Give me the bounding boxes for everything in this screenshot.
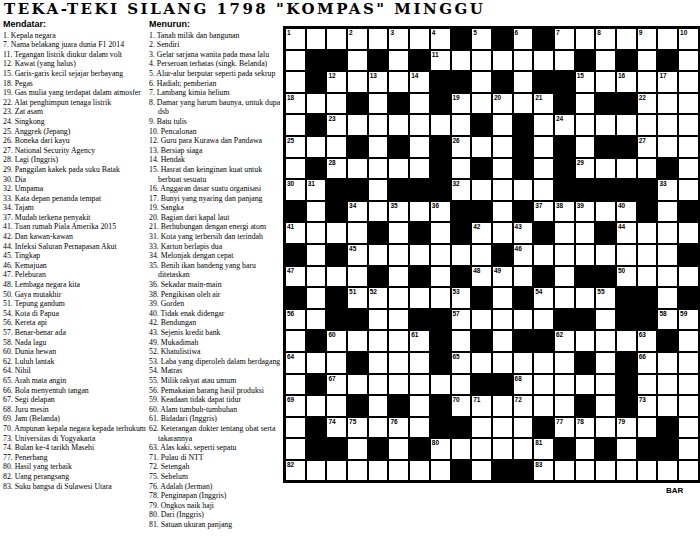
grid-cell[interactable]: 62 <box>554 330 575 352</box>
grid-cell[interactable] <box>595 309 616 331</box>
grid-cell[interactable] <box>492 114 513 136</box>
grid-cell[interactable] <box>451 158 472 180</box>
grid-cell[interactable] <box>533 114 554 136</box>
grid-cell[interactable] <box>595 460 616 482</box>
grid-cell[interactable] <box>285 158 306 180</box>
grid-cell[interactable] <box>595 244 616 266</box>
grid-cell[interactable] <box>306 395 327 417</box>
grid-cell[interactable] <box>285 330 306 352</box>
grid-cell[interactable] <box>616 438 637 460</box>
grid-cell[interactable] <box>471 50 492 72</box>
grid-cell[interactable]: 25 <box>285 136 306 158</box>
grid-cell[interactable] <box>368 114 389 136</box>
grid-cell[interactable]: 7 <box>554 28 575 50</box>
grid-cell[interactable] <box>678 136 699 158</box>
grid-cell[interactable] <box>492 201 513 223</box>
grid-cell[interactable]: 28 <box>326 158 347 180</box>
grid-cell[interactable]: 53 <box>451 287 472 309</box>
grid-cell[interactable] <box>368 244 389 266</box>
grid-cell[interactable]: 44 <box>616 222 637 244</box>
grid-cell[interactable] <box>554 287 575 309</box>
grid-cell[interactable] <box>657 136 678 158</box>
grid-cell[interactable]: 22 <box>637 93 658 115</box>
grid-cell[interactable] <box>595 201 616 223</box>
grid-cell[interactable] <box>388 71 409 93</box>
grid-cell[interactable]: 74 <box>326 417 347 439</box>
grid-cell[interactable] <box>388 50 409 72</box>
grid-cell[interactable] <box>492 136 513 158</box>
grid-cell[interactable] <box>451 438 472 460</box>
grid-cell[interactable] <box>575 136 596 158</box>
grid-cell[interactable]: 39 <box>575 201 596 223</box>
grid-cell[interactable]: 37 <box>533 201 554 223</box>
grid-cell[interactable] <box>409 114 430 136</box>
grid-cell[interactable] <box>368 330 389 352</box>
grid-cell[interactable] <box>306 222 327 244</box>
grid-cell[interactable] <box>285 114 306 136</box>
grid-cell[interactable]: 30 <box>285 179 306 201</box>
grid-cell[interactable]: 8 <box>595 28 616 50</box>
grid-cell[interactable] <box>430 222 451 244</box>
grid-cell[interactable] <box>513 179 534 201</box>
grid-cell[interactable] <box>492 395 513 417</box>
grid-cell[interactable] <box>285 438 306 460</box>
grid-cell[interactable]: 4 <box>430 28 451 50</box>
grid-cell[interactable] <box>678 50 699 72</box>
grid-cell[interactable] <box>492 438 513 460</box>
grid-cell[interactable] <box>347 330 368 352</box>
grid-cell[interactable] <box>306 93 327 115</box>
grid-cell[interactable]: 55 <box>595 287 616 309</box>
grid-cell[interactable] <box>388 244 409 266</box>
grid-cell[interactable] <box>388 352 409 374</box>
grid-cell[interactable]: 32 <box>451 179 472 201</box>
grid-cell[interactable] <box>306 352 327 374</box>
grid-cell[interactable] <box>471 71 492 93</box>
grid-cell[interactable] <box>533 309 554 331</box>
grid-cell[interactable] <box>388 158 409 180</box>
grid-cell[interactable]: 60 <box>326 330 347 352</box>
grid-cell[interactable] <box>575 93 596 115</box>
grid-cell[interactable] <box>595 71 616 93</box>
grid-cell[interactable]: 65 <box>451 352 472 374</box>
grid-cell[interactable] <box>595 417 616 439</box>
grid-cell[interactable] <box>533 374 554 396</box>
grid-cell[interactable] <box>554 374 575 396</box>
grid-cell[interactable] <box>513 50 534 72</box>
grid-cell[interactable] <box>326 28 347 50</box>
grid-cell[interactable] <box>471 136 492 158</box>
grid-cell[interactable] <box>554 50 575 72</box>
grid-cell[interactable]: 26 <box>451 136 472 158</box>
grid-cell[interactable] <box>347 460 368 482</box>
grid-cell[interactable]: 82 <box>285 460 306 482</box>
grid-cell[interactable] <box>575 460 596 482</box>
grid-cell[interactable] <box>616 330 637 352</box>
grid-cell[interactable]: 6 <box>513 28 534 50</box>
grid-cell[interactable] <box>575 222 596 244</box>
grid-cell[interactable]: 5 <box>471 28 492 50</box>
grid-cell[interactable] <box>471 93 492 115</box>
grid-cell[interactable] <box>513 352 534 374</box>
grid-cell[interactable]: 13 <box>368 71 389 93</box>
grid-cell[interactable] <box>368 28 389 50</box>
grid-cell[interactable] <box>616 114 637 136</box>
grid-cell[interactable] <box>430 287 451 309</box>
grid-cell[interactable] <box>533 352 554 374</box>
grid-cell[interactable]: 47 <box>285 266 306 288</box>
grid-cell[interactable] <box>285 417 306 439</box>
grid-cell[interactable] <box>326 395 347 417</box>
grid-cell[interactable] <box>657 222 678 244</box>
grid-cell[interactable] <box>451 114 472 136</box>
grid-cell[interactable]: 68 <box>513 374 534 396</box>
grid-cell[interactable]: 76 <box>388 417 409 439</box>
grid-cell[interactable] <box>326 136 347 158</box>
grid-cell[interactable] <box>388 287 409 309</box>
grid-cell[interactable] <box>637 71 658 93</box>
grid-cell[interactable] <box>492 309 513 331</box>
grid-cell[interactable] <box>616 28 637 50</box>
grid-cell[interactable]: 66 <box>637 352 658 374</box>
grid-cell[interactable] <box>513 438 534 460</box>
grid-cell[interactable]: 21 <box>533 93 554 115</box>
grid-cell[interactable]: 83 <box>533 460 554 482</box>
grid-cell[interactable]: 29 <box>575 158 596 180</box>
grid-cell[interactable]: 1 <box>285 28 306 50</box>
grid-cell[interactable]: 23 <box>326 114 347 136</box>
grid-cell[interactable] <box>326 93 347 115</box>
grid-cell[interactable] <box>326 222 347 244</box>
grid-cell[interactable] <box>637 50 658 72</box>
grid-cell[interactable] <box>285 374 306 396</box>
grid-cell[interactable] <box>368 460 389 482</box>
grid-cell[interactable] <box>368 352 389 374</box>
grid-cell[interactable]: 48 <box>471 266 492 288</box>
grid-cell[interactable] <box>368 201 389 223</box>
grid-cell[interactable] <box>513 266 534 288</box>
grid-cell[interactable] <box>554 266 575 288</box>
grid-cell[interactable]: 45 <box>347 244 368 266</box>
grid-cell[interactable] <box>409 460 430 482</box>
grid-cell[interactable] <box>285 50 306 72</box>
grid-cell[interactable]: 81 <box>533 438 554 460</box>
grid-cell[interactable]: 80 <box>430 438 451 460</box>
grid-cell[interactable] <box>471 179 492 201</box>
grid-cell[interactable] <box>492 50 513 72</box>
grid-cell[interactable] <box>657 244 678 266</box>
grid-cell[interactable] <box>306 460 327 482</box>
grid-cell[interactable] <box>430 460 451 482</box>
grid-cell[interactable] <box>368 158 389 180</box>
grid-cell[interactable] <box>471 244 492 266</box>
grid-cell[interactable] <box>637 222 658 244</box>
grid-cell[interactable] <box>409 244 430 266</box>
grid-cell[interactable] <box>409 93 430 115</box>
grid-cell[interactable] <box>678 266 699 288</box>
grid-cell[interactable] <box>575 374 596 396</box>
grid-cell[interactable]: 40 <box>616 201 637 223</box>
grid-cell[interactable] <box>533 179 554 201</box>
grid-cell[interactable]: 58 <box>657 309 678 331</box>
grid-cell[interactable] <box>554 460 575 482</box>
grid-cell[interactable]: 57 <box>451 309 472 331</box>
grid-cell[interactable]: 59 <box>678 309 699 331</box>
grid-cell[interactable] <box>637 114 658 136</box>
grid-cell[interactable] <box>451 50 472 72</box>
grid-cell[interactable] <box>595 158 616 180</box>
grid-cell[interactable] <box>471 309 492 331</box>
grid-cell[interactable] <box>306 287 327 309</box>
grid-cell[interactable]: 77 <box>554 417 575 439</box>
grid-cell[interactable] <box>575 287 596 309</box>
grid-cell[interactable] <box>368 93 389 115</box>
grid-cell[interactable] <box>471 460 492 482</box>
grid-cell[interactable]: 10 <box>678 28 699 50</box>
grid-cell[interactable] <box>595 50 616 72</box>
grid-cell[interactable]: 69 <box>285 395 306 417</box>
grid-cell[interactable] <box>409 352 430 374</box>
grid-cell[interactable] <box>513 309 534 331</box>
grid-cell[interactable] <box>451 244 472 266</box>
grid-cell[interactable]: 70 <box>451 395 472 417</box>
grid-cell[interactable] <box>285 71 306 93</box>
grid-cell[interactable] <box>306 28 327 50</box>
grid-cell[interactable] <box>554 222 575 244</box>
grid-cell[interactable] <box>388 222 409 244</box>
grid-cell[interactable] <box>347 71 368 93</box>
grid-cell[interactable] <box>306 266 327 288</box>
grid-cell[interactable] <box>678 71 699 93</box>
grid-cell[interactable] <box>471 417 492 439</box>
grid-cell[interactable] <box>388 374 409 396</box>
grid-cell[interactable] <box>430 266 451 288</box>
grid-cell[interactable] <box>595 114 616 136</box>
grid-cell[interactable] <box>678 330 699 352</box>
grid-cell[interactable]: 41 <box>285 222 306 244</box>
grid-cell[interactable] <box>637 158 658 180</box>
grid-cell[interactable] <box>409 287 430 309</box>
grid-cell[interactable] <box>657 352 678 374</box>
grid-cell[interactable]: 79 <box>616 417 637 439</box>
grid-cell[interactable] <box>368 136 389 158</box>
grid-cell[interactable] <box>657 28 678 50</box>
grid-cell[interactable] <box>678 395 699 417</box>
grid-cell[interactable] <box>678 417 699 439</box>
grid-cell[interactable] <box>533 50 554 72</box>
grid-cell[interactable]: 3 <box>388 28 409 50</box>
grid-cell[interactable] <box>347 114 368 136</box>
grid-cell[interactable] <box>430 374 451 396</box>
grid-cell[interactable] <box>554 244 575 266</box>
grid-cell[interactable] <box>533 136 554 158</box>
grid-cell[interactable] <box>368 374 389 396</box>
grid-cell[interactable] <box>388 266 409 288</box>
grid-cell[interactable] <box>554 352 575 374</box>
grid-cell[interactable] <box>492 158 513 180</box>
grid-cell[interactable]: 78 <box>575 417 596 439</box>
grid-cell[interactable] <box>347 50 368 72</box>
grid-cell[interactable] <box>678 93 699 115</box>
grid-cell[interactable] <box>657 460 678 482</box>
grid-cell[interactable] <box>575 438 596 460</box>
grid-cell[interactable]: 56 <box>285 309 306 331</box>
grid-cell[interactable]: 9 <box>637 28 658 50</box>
grid-cell[interactable] <box>409 158 430 180</box>
grid-cell[interactable]: 64 <box>285 352 306 374</box>
grid-cell[interactable]: 67 <box>326 374 347 396</box>
grid-cell[interactable] <box>595 374 616 396</box>
grid-cell[interactable]: 71 <box>471 395 492 417</box>
grid-cell[interactable] <box>492 287 513 309</box>
grid-cell[interactable] <box>368 417 389 439</box>
grid-cell[interactable] <box>430 244 451 266</box>
grid-cell[interactable] <box>513 71 534 93</box>
grid-cell[interactable]: 16 <box>616 71 637 93</box>
grid-cell[interactable] <box>492 179 513 201</box>
grid-cell[interactable] <box>575 330 596 352</box>
grid-cell[interactable] <box>326 460 347 482</box>
grid-cell[interactable] <box>637 417 658 439</box>
grid-cell[interactable] <box>678 114 699 136</box>
grid-cell[interactable] <box>575 28 596 50</box>
grid-cell[interactable] <box>492 417 513 439</box>
grid-cell[interactable]: 17 <box>657 71 678 93</box>
grid-cell[interactable] <box>554 395 575 417</box>
grid-cell[interactable]: 12 <box>326 71 347 93</box>
grid-cell[interactable] <box>388 114 409 136</box>
grid-cell[interactable] <box>368 309 389 331</box>
grid-cell[interactable] <box>306 136 327 158</box>
grid-cell[interactable] <box>306 244 327 266</box>
grid-cell[interactable] <box>306 201 327 223</box>
grid-cell[interactable] <box>637 266 658 288</box>
grid-cell[interactable]: 72 <box>513 395 534 417</box>
grid-cell[interactable] <box>678 352 699 374</box>
grid-cell[interactable] <box>637 374 658 396</box>
grid-cell[interactable] <box>678 438 699 460</box>
grid-cell[interactable] <box>409 201 430 223</box>
grid-cell[interactable]: 36 <box>430 201 451 223</box>
grid-cell[interactable] <box>678 179 699 201</box>
grid-cell[interactable] <box>616 158 637 180</box>
grid-cell[interactable] <box>657 93 678 115</box>
grid-cell[interactable] <box>595 330 616 352</box>
grid-cell[interactable]: 11 <box>430 50 451 72</box>
grid-cell[interactable] <box>678 222 699 244</box>
grid-cell[interactable] <box>430 114 451 136</box>
grid-cell[interactable] <box>575 114 596 136</box>
grid-cell[interactable] <box>533 158 554 180</box>
grid-cell[interactable] <box>306 309 327 331</box>
grid-cell[interactable] <box>637 460 658 482</box>
grid-cell[interactable] <box>451 374 472 396</box>
grid-cell[interactable]: 51 <box>347 287 368 309</box>
grid-cell[interactable] <box>388 309 409 331</box>
grid-cell[interactable]: 75 <box>347 417 368 439</box>
grid-cell[interactable] <box>409 395 430 417</box>
grid-cell[interactable] <box>409 374 430 396</box>
grid-cell[interactable]: 24 <box>554 114 575 136</box>
grid-cell[interactable] <box>388 460 409 482</box>
grid-cell[interactable]: 73 <box>637 395 658 417</box>
grid-cell[interactable] <box>616 244 637 266</box>
grid-cell[interactable] <box>657 266 678 288</box>
grid-cell[interactable]: 42 <box>471 222 492 244</box>
grid-cell[interactable] <box>657 287 678 309</box>
grid-cell[interactable] <box>492 330 513 352</box>
grid-cell[interactable]: 15 <box>575 71 596 93</box>
grid-cell[interactable] <box>637 244 658 266</box>
grid-cell[interactable] <box>347 158 368 180</box>
grid-cell[interactable] <box>492 222 513 244</box>
grid-cell[interactable] <box>347 222 368 244</box>
grid-cell[interactable] <box>678 374 699 396</box>
grid-cell[interactable] <box>492 352 513 374</box>
grid-cell[interactable]: 18 <box>285 93 306 115</box>
grid-cell[interactable]: 49 <box>492 266 513 288</box>
grid-cell[interactable]: 19 <box>451 93 472 115</box>
grid-cell[interactable] <box>595 352 616 374</box>
grid-cell[interactable] <box>533 244 554 266</box>
grid-cell[interactable] <box>471 438 492 460</box>
grid-cell[interactable]: 33 <box>657 179 678 201</box>
grid-cell[interactable] <box>388 438 409 460</box>
grid-cell[interactable] <box>451 330 472 352</box>
grid-cell[interactable] <box>575 244 596 266</box>
grid-cell[interactable] <box>409 136 430 158</box>
grid-cell[interactable]: 46 <box>513 244 534 266</box>
grid-cell[interactable] <box>657 395 678 417</box>
grid-cell[interactable]: 35 <box>388 201 409 223</box>
grid-cell[interactable] <box>657 374 678 396</box>
grid-cell[interactable] <box>409 417 430 439</box>
grid-cell[interactable] <box>678 460 699 482</box>
grid-cell[interactable]: 63 <box>637 330 658 352</box>
grid-cell[interactable]: 61 <box>409 330 430 352</box>
grid-cell[interactable]: 38 <box>554 201 575 223</box>
grid-cell[interactable]: 34 <box>347 201 368 223</box>
grid-cell[interactable] <box>678 158 699 180</box>
grid-cell[interactable] <box>347 374 368 396</box>
grid-cell[interactable] <box>409 28 430 50</box>
grid-cell[interactable] <box>657 114 678 136</box>
grid-cell[interactable] <box>513 93 534 115</box>
grid-cell[interactable]: 43 <box>513 222 534 244</box>
grid-cell[interactable] <box>347 438 368 460</box>
grid-cell[interactable] <box>326 352 347 374</box>
grid-cell[interactable] <box>513 417 534 439</box>
grid-cell[interactable]: 54 <box>533 287 554 309</box>
grid-cell[interactable]: 2 <box>347 28 368 50</box>
grid-cell[interactable] <box>533 395 554 417</box>
grid-cell[interactable]: 14 <box>409 71 430 93</box>
grid-cell[interactable] <box>471 352 492 374</box>
grid-cell[interactable]: 52 <box>368 287 389 309</box>
grid-cell[interactable]: 27 <box>637 136 658 158</box>
grid-cell[interactable] <box>368 179 389 201</box>
grid-cell[interactable]: 50 <box>616 266 637 288</box>
grid-cell[interactable] <box>657 201 678 223</box>
grid-cell[interactable] <box>595 395 616 417</box>
grid-cell[interactable] <box>368 395 389 417</box>
grid-cell[interactable]: 31 <box>306 179 327 201</box>
grid-cell[interactable] <box>388 330 409 352</box>
grid-cell[interactable] <box>616 460 637 482</box>
grid-cell[interactable]: 20 <box>492 93 513 115</box>
grid-cell[interactable] <box>347 266 368 288</box>
grid-cell[interactable] <box>326 266 347 288</box>
